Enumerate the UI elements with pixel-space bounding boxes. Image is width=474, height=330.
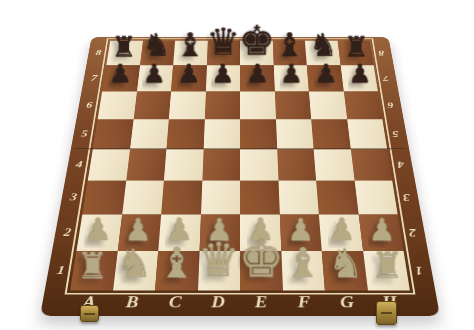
square-f5[interactable] <box>276 119 314 149</box>
square-g4[interactable] <box>314 149 355 181</box>
square-b6[interactable] <box>133 91 171 119</box>
black-rook-a8[interactable]: ♜ <box>111 33 136 61</box>
white-knight-g1[interactable]: ♞ <box>328 244 364 284</box>
black-knight-b8[interactable]: ♞ <box>143 30 171 61</box>
black-pawn-f7[interactable]: ♟ <box>280 61 303 87</box>
square-g3[interactable] <box>316 181 358 215</box>
white-rook-h1[interactable]: ♜ <box>372 248 404 284</box>
rank-label-right-7: 7 <box>382 74 389 83</box>
rank-label-left-7: 7 <box>90 74 97 83</box>
white-bishop-f1[interactable]: ♝ <box>285 242 322 284</box>
square-c5[interactable] <box>166 119 204 149</box>
board-frame: ♜♞♝♛♚♝♞♜♟♟♟♟♟♟♟♟♟♟♟♟♟♟♟♟♜♞♝♛♚♝♞♜ 8765432… <box>40 37 440 316</box>
square-c1[interactable]: ♝ <box>155 251 199 290</box>
square-b3[interactable] <box>122 181 164 215</box>
file-label-e: E <box>240 293 283 312</box>
square-f4[interactable] <box>277 149 316 181</box>
square-e7[interactable]: ♟ <box>240 65 274 91</box>
rank-label-left-1: 1 <box>56 264 66 278</box>
square-d1[interactable]: ♛ <box>198 251 240 290</box>
black-pawn-a7[interactable]: ♟ <box>108 61 131 87</box>
square-d4[interactable] <box>202 149 240 181</box>
file-label-d: D <box>197 293 240 312</box>
square-a7[interactable]: ♟ <box>102 65 140 91</box>
rank-label-left-4: 4 <box>75 159 83 170</box>
brass-clasp-right-icon <box>376 301 397 325</box>
square-e6[interactable] <box>240 91 276 119</box>
square-c7[interactable]: ♟ <box>171 65 207 91</box>
rank-label-right-1: 1 <box>414 264 424 278</box>
black-pawn-c7[interactable]: ♟ <box>177 61 200 87</box>
chess-set-photo: ♜♞♝♛♚♝♞♜♟♟♟♟♟♟♟♟♟♟♟♟♟♟♟♟♜♞♝♛♚♝♞♜ 8765432… <box>0 0 474 330</box>
rank-label-right-4: 4 <box>397 159 405 170</box>
white-pawn-h2[interactable]: ♟ <box>368 214 396 245</box>
square-e1[interactable]: ♚ <box>240 251 282 290</box>
black-bishop-c8[interactable]: ♝ <box>175 28 204 61</box>
black-rook-h8[interactable]: ♜ <box>344 33 369 61</box>
square-e5[interactable] <box>240 119 277 149</box>
fold-seam <box>73 148 407 150</box>
square-a3[interactable] <box>82 181 126 215</box>
black-pawn-b7[interactable]: ♟ <box>143 61 166 87</box>
black-pawn-g7[interactable]: ♟ <box>314 61 337 87</box>
rank-label-right-8: 8 <box>378 49 385 58</box>
square-f1[interactable]: ♝ <box>281 251 325 290</box>
black-pawn-h7[interactable]: ♟ <box>348 61 371 87</box>
square-c3[interactable] <box>161 181 202 215</box>
black-knight-g8[interactable]: ♞ <box>309 30 337 61</box>
square-g5[interactable] <box>311 119 350 149</box>
square-a4[interactable] <box>88 149 130 181</box>
white-bishop-c1[interactable]: ♝ <box>158 242 195 284</box>
rank-label-left-8: 8 <box>95 49 102 58</box>
black-pawn-d7[interactable]: ♟ <box>211 61 234 87</box>
square-g1[interactable]: ♞ <box>322 251 368 290</box>
square-e3[interactable] <box>240 181 279 215</box>
file-label-c: C <box>153 293 197 312</box>
file-labels: ABCDEFGH <box>66 291 413 313</box>
square-a6[interactable] <box>98 91 137 119</box>
square-b1[interactable]: ♞ <box>113 251 159 290</box>
square-h5[interactable] <box>347 119 387 149</box>
rank-label-left-2: 2 <box>63 226 72 239</box>
square-b5[interactable] <box>130 119 169 149</box>
square-f6[interactable] <box>274 91 311 119</box>
square-d5[interactable] <box>203 119 240 149</box>
square-b4[interactable] <box>126 149 167 181</box>
square-d7[interactable]: ♟ <box>206 65 240 91</box>
chess-board: ♜♞♝♛♚♝♞♜♟♟♟♟♟♟♟♟♟♟♟♟♟♟♟♟♜♞♝♛♚♝♞♜ 8765432… <box>40 37 440 316</box>
white-knight-b1[interactable]: ♞ <box>117 244 153 284</box>
black-bishop-f8[interactable]: ♝ <box>275 28 304 61</box>
rank-label-left-5: 5 <box>80 129 88 139</box>
square-a1[interactable]: ♜ <box>70 251 117 290</box>
square-g6[interactable] <box>309 91 347 119</box>
file-label-g: G <box>325 293 370 312</box>
square-d3[interactable] <box>201 181 240 215</box>
square-f3[interactable] <box>278 181 319 215</box>
square-d6[interactable] <box>204 91 240 119</box>
rank-label-left-3: 3 <box>69 191 78 203</box>
square-h6[interactable] <box>343 91 382 119</box>
white-pawn-a2[interactable]: ♟ <box>84 214 112 245</box>
white-king-e1[interactable]: ♚ <box>238 232 284 283</box>
square-e4[interactable] <box>240 149 278 181</box>
white-queen-d1[interactable]: ♛ <box>198 236 241 284</box>
black-queen-d8[interactable]: ♛ <box>207 24 241 61</box>
rank-label-right-2: 2 <box>408 226 417 239</box>
file-label-b: B <box>110 293 155 312</box>
white-rook-a1[interactable]: ♜ <box>76 248 108 284</box>
black-pawn-e7[interactable]: ♟ <box>245 61 268 87</box>
square-h4[interactable] <box>350 149 392 181</box>
rank-label-right-5: 5 <box>392 129 400 139</box>
rank-label-right-6: 6 <box>387 100 395 110</box>
brass-hinge-left-icon <box>80 305 99 322</box>
square-b7[interactable]: ♟ <box>137 65 174 91</box>
rank-label-left-6: 6 <box>86 100 94 110</box>
square-h3[interactable] <box>354 181 398 215</box>
square-a5[interactable] <box>93 119 133 149</box>
square-c4[interactable] <box>164 149 203 181</box>
square-h7[interactable]: ♟ <box>340 65 378 91</box>
board-squares: ♜♞♝♛♚♝♞♜♟♟♟♟♟♟♟♟♟♟♟♟♟♟♟♟♜♞♝♛♚♝♞♜ <box>70 41 410 291</box>
rank-label-right-3: 3 <box>402 191 411 203</box>
square-f7[interactable]: ♟ <box>273 65 309 91</box>
black-king-e8[interactable]: ♚ <box>238 21 274 62</box>
square-c6[interactable] <box>169 91 206 119</box>
square-g7[interactable]: ♟ <box>307 65 344 91</box>
file-label-f: F <box>283 293 327 312</box>
square-h1[interactable]: ♜ <box>363 251 410 290</box>
